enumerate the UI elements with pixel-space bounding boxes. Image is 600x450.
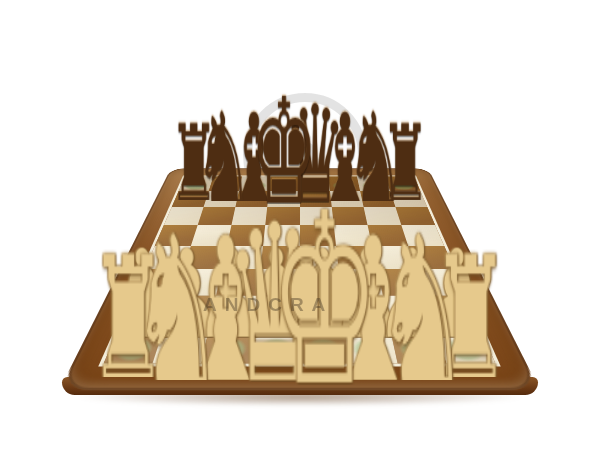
- square-e1: ♚: [300, 327, 349, 364]
- product-photo: ♟ ♜♞♝♚♛♝♞♜♟♟♟♟♟♟♟♟♜♞♝♛♚♝♞♜ ANDCRA: [0, 0, 600, 450]
- square-b1: ♞: [153, 327, 210, 364]
- chess-board: ♜♞♝♚♛♝♞♜♟♟♟♟♟♟♟♟♜♞♝♛♚♝♞♜: [59, 168, 540, 390]
- board-squares: ♜♞♝♚♛♝♞♜♟♟♟♟♟♟♟♟♜♞♝♛♚♝♞♜: [98, 175, 501, 366]
- piece-white-knight: ♞: [375, 208, 469, 412]
- square-g1: ♞: [389, 327, 446, 364]
- watermark-text: ANDCRA: [203, 294, 333, 316]
